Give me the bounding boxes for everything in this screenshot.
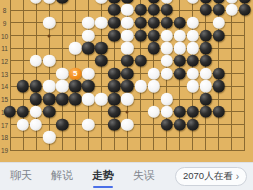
row-coordinate-label: 8 (0, 7, 9, 14)
black-stone (95, 42, 107, 54)
white-stone (200, 67, 212, 79)
white-stone (82, 29, 94, 41)
white-stone (121, 4, 133, 16)
black-stone (160, 118, 172, 130)
white-stone (213, 17, 225, 29)
black-stone (108, 93, 120, 105)
row-coordinate-label: 18 (0, 134, 9, 141)
black-stone (30, 93, 42, 105)
black-stone (200, 4, 212, 16)
tab-mistakes[interactable]: 失误 (133, 164, 155, 189)
white-stone (173, 42, 185, 54)
white-stone (43, 131, 55, 143)
black-stone (95, 55, 107, 67)
white-stone (82, 93, 94, 105)
white-stone (30, 55, 42, 67)
white-stone (147, 67, 159, 79)
white-stone (43, 55, 55, 67)
white-stone (186, 17, 198, 29)
row-coordinate-label: 10 (0, 32, 9, 39)
black-stone (134, 29, 146, 41)
white-stone (95, 0, 107, 4)
white-stone (17, 118, 29, 130)
black-stone (134, 17, 146, 29)
active-tab-underline (93, 186, 113, 189)
white-stone (30, 106, 42, 118)
black-stone (108, 67, 120, 79)
black-stone (147, 29, 159, 41)
black-stone (186, 106, 198, 118)
white-stone (56, 80, 68, 92)
black-stone (108, 106, 120, 118)
white-stone (186, 0, 198, 4)
white-stone (160, 29, 172, 41)
white-stone (173, 29, 185, 41)
move-marker: 5 (69, 67, 81, 79)
white-stone (121, 93, 133, 105)
black-stone (56, 93, 68, 105)
white-stone (43, 0, 55, 4)
black-stone (69, 93, 81, 105)
black-stone (17, 80, 29, 92)
black-stone (69, 80, 81, 92)
black-stone (43, 93, 55, 105)
white-stone (82, 17, 94, 29)
tab-commentary[interactable]: 解说 (51, 164, 73, 189)
black-stone (213, 29, 225, 41)
white-stone (43, 80, 55, 92)
row-coordinate-label: 9 (0, 19, 9, 26)
black-stone (108, 80, 120, 92)
star-point (126, 110, 129, 113)
white-stone (82, 118, 94, 130)
black-stone (134, 4, 146, 16)
black-stone (200, 106, 212, 118)
black-stone (56, 118, 68, 130)
viewers-count-pill[interactable]: 2070人在看 › (175, 167, 247, 186)
black-stone (108, 118, 120, 130)
tab-chat[interactable]: 聊天 (10, 164, 32, 189)
black-stone (213, 67, 225, 79)
black-stone (160, 4, 172, 16)
white-stone (160, 42, 172, 54)
tab-trend[interactable]: 走势 (92, 164, 114, 189)
black-stone (200, 55, 212, 67)
black-stone (200, 29, 212, 41)
row-coordinate-label: 17 (0, 121, 9, 128)
grid-line-horizontal (10, 150, 246, 151)
chevron-right-icon: › (236, 172, 239, 182)
black-stone (213, 4, 225, 16)
black-stone (173, 17, 185, 29)
black-stone (82, 42, 94, 54)
black-stone (186, 55, 198, 67)
white-stone (69, 42, 81, 54)
black-stone (147, 42, 159, 54)
white-stone (186, 67, 198, 79)
black-stone (200, 42, 212, 54)
white-stone (200, 80, 212, 92)
white-stone (30, 0, 42, 4)
white-stone (43, 17, 55, 29)
black-stone (173, 106, 185, 118)
black-stone (108, 29, 120, 41)
black-stone (30, 80, 42, 92)
white-stone (186, 80, 198, 92)
white-stone (160, 93, 172, 105)
white-stone (160, 106, 172, 118)
white-stone (134, 80, 146, 92)
white-stone (30, 118, 42, 130)
row-coordinate-label: 19 (0, 147, 9, 154)
black-stone (160, 17, 172, 29)
white-stone (226, 4, 238, 16)
black-stone (134, 55, 146, 67)
black-stone (173, 67, 185, 79)
black-stone (121, 67, 133, 79)
black-stone (121, 55, 133, 67)
row-coordinate-label: 13 (0, 70, 9, 77)
black-stone (200, 93, 212, 105)
row-coordinate-label: 14 (0, 83, 9, 90)
black-stone (147, 4, 159, 16)
black-stone (108, 17, 120, 29)
row-coordinate-label: 15 (0, 96, 9, 103)
go-board[interactable]: 89101112131415161718195 (0, 0, 253, 162)
white-stone (147, 80, 159, 92)
white-stone (186, 29, 198, 41)
black-stone (239, 4, 251, 16)
go-app-screen: 89101112131415161718195 聊天解说走势失误 2070人在看… (0, 0, 253, 190)
row-coordinate-label: 12 (0, 57, 9, 64)
row-coordinate-label: 11 (0, 45, 9, 52)
white-stone (186, 42, 198, 54)
black-stone (4, 106, 16, 118)
black-stone (43, 106, 55, 118)
white-stone (121, 42, 133, 54)
white-stone (147, 106, 159, 118)
white-stone (160, 67, 172, 79)
bottom-tab-bar: 聊天解说走势失误 2070人在看 › (0, 162, 253, 190)
black-stone (173, 118, 185, 130)
white-stone (95, 93, 107, 105)
black-stone (173, 55, 185, 67)
black-stone (186, 118, 198, 130)
black-stone (147, 17, 159, 29)
black-stone (17, 106, 29, 118)
black-stone (213, 106, 225, 118)
black-stone (56, 0, 68, 4)
white-stone (95, 17, 107, 29)
white-stone (121, 29, 133, 41)
black-stone (108, 4, 120, 16)
white-stone (121, 17, 133, 29)
viewers-count-label: 2070人在看 (183, 170, 233, 183)
black-stone (213, 80, 225, 92)
star-point (48, 34, 51, 37)
black-stone (82, 80, 94, 92)
white-stone (56, 67, 68, 79)
white-stone (121, 118, 133, 130)
black-stone (121, 80, 133, 92)
white-stone (160, 55, 172, 67)
white-stone (82, 67, 94, 79)
